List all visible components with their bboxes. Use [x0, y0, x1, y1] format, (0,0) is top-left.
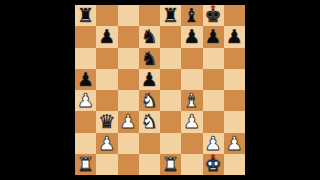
letterbox-right: [245, 0, 320, 180]
piece-black-rook: ♜: [77, 5, 94, 26]
square-a1[interactable]: ♜: [75, 154, 96, 175]
square-e4[interactable]: [160, 90, 181, 111]
square-f5[interactable]: [181, 69, 202, 90]
square-h2[interactable]: ♟: [224, 133, 245, 154]
square-g7[interactable]: ♟: [203, 26, 224, 47]
square-b7[interactable]: ♟: [96, 26, 117, 47]
square-c6[interactable]: [118, 48, 139, 69]
piece-white-pawn: ♟: [77, 90, 94, 111]
square-a5[interactable]: ♟: [75, 69, 96, 90]
piece-black-pawn: ♟: [183, 26, 200, 47]
square-d2[interactable]: [139, 133, 160, 154]
square-a4[interactable]: ♟: [75, 90, 96, 111]
chess-board: ♜♜♝♚✚♟♞♟♟♟♞♟♟♟♞♝♛♟♞♟♟♟♟♜♜♚✚: [75, 5, 245, 175]
square-f4[interactable]: ♝: [181, 90, 202, 111]
square-e5[interactable]: [160, 69, 181, 90]
square-h3[interactable]: [224, 111, 245, 132]
square-a3[interactable]: [75, 111, 96, 132]
square-h7[interactable]: ♟: [224, 26, 245, 47]
square-e2[interactable]: [160, 133, 181, 154]
square-e6[interactable]: [160, 48, 181, 69]
piece-black-pawn: ♟: [205, 26, 222, 47]
square-g1[interactable]: ♚✚: [203, 154, 224, 175]
square-b2[interactable]: ♟: [96, 133, 117, 154]
piece-black-queen: ♛: [98, 111, 115, 132]
piece-white-rook: ♜: [162, 154, 179, 175]
square-b8[interactable]: [96, 5, 117, 26]
piece-black-pawn: ♟: [77, 69, 94, 90]
square-c4[interactable]: [118, 90, 139, 111]
piece-black-pawn: ♟: [98, 26, 115, 47]
square-d3[interactable]: ♞: [139, 111, 160, 132]
square-c8[interactable]: [118, 5, 139, 26]
piece-black-bishop: ♝: [183, 5, 200, 26]
square-b1[interactable]: [96, 154, 117, 175]
piece-black-pawn: ♟: [141, 69, 158, 90]
square-d8[interactable]: [139, 5, 160, 26]
square-e7[interactable]: [160, 26, 181, 47]
piece-white-pawn: ♟: [183, 111, 200, 132]
square-b6[interactable]: [96, 48, 117, 69]
square-e1[interactable]: ♜: [160, 154, 181, 175]
square-h1[interactable]: [224, 154, 245, 175]
square-d6[interactable]: ♞: [139, 48, 160, 69]
piece-white-knight: ♞: [141, 90, 158, 111]
square-c3[interactable]: ♟: [118, 111, 139, 132]
square-g3[interactable]: [203, 111, 224, 132]
square-e8[interactable]: ♜: [160, 5, 181, 26]
piece-white-pawn: ♟: [205, 133, 222, 154]
square-f3[interactable]: ♟: [181, 111, 202, 132]
piece-white-pawn: ♟: [226, 133, 243, 154]
piece-black-knight: ♞: [141, 48, 158, 69]
king-cross-icon: ✚: [211, 153, 216, 159]
square-h4[interactable]: [224, 90, 245, 111]
letterbox-left: [0, 0, 75, 180]
square-h6[interactable]: [224, 48, 245, 69]
piece-white-bishop: ♝: [183, 90, 200, 111]
square-c1[interactable]: [118, 154, 139, 175]
square-c2[interactable]: [118, 133, 139, 154]
piece-white-knight: ♞: [141, 111, 158, 132]
square-d1[interactable]: [139, 154, 160, 175]
square-d7[interactable]: ♞: [139, 26, 160, 47]
piece-white-king: ♚✚: [205, 154, 222, 175]
square-h5[interactable]: [224, 69, 245, 90]
square-b5[interactable]: [96, 69, 117, 90]
square-c7[interactable]: [118, 26, 139, 47]
piece-black-rook: ♜: [162, 5, 179, 26]
square-a2[interactable]: [75, 133, 96, 154]
piece-black-king: ♚✚: [205, 5, 222, 26]
square-b4[interactable]: [96, 90, 117, 111]
king-cross-icon: ✚: [211, 4, 216, 10]
square-f6[interactable]: [181, 48, 202, 69]
piece-black-knight: ♞: [141, 26, 158, 47]
square-g6[interactable]: [203, 48, 224, 69]
square-a8[interactable]: ♜: [75, 5, 96, 26]
square-g4[interactable]: [203, 90, 224, 111]
piece-black-pawn: ♟: [226, 26, 243, 47]
piece-white-pawn: ♟: [98, 133, 115, 154]
square-g5[interactable]: [203, 69, 224, 90]
square-g2[interactable]: ♟: [203, 133, 224, 154]
square-h8[interactable]: [224, 5, 245, 26]
square-d5[interactable]: ♟: [139, 69, 160, 90]
square-g8[interactable]: ♚✚: [203, 5, 224, 26]
square-f8[interactable]: ♝: [181, 5, 202, 26]
square-c5[interactable]: [118, 69, 139, 90]
video-frame: ♜♜♝♚✚♟♞♟♟♟♞♟♟♟♞♝♛♟♞♟♟♟♟♜♜♚✚: [0, 0, 320, 180]
square-f1[interactable]: [181, 154, 202, 175]
square-a6[interactable]: [75, 48, 96, 69]
square-f2[interactable]: [181, 133, 202, 154]
piece-white-rook: ♜: [77, 154, 94, 175]
piece-white-pawn: ♟: [120, 111, 137, 132]
square-d4[interactable]: ♞: [139, 90, 160, 111]
square-f7[interactable]: ♟: [181, 26, 202, 47]
square-a7[interactable]: [75, 26, 96, 47]
square-b3[interactable]: ♛: [96, 111, 117, 132]
square-e3[interactable]: [160, 111, 181, 132]
